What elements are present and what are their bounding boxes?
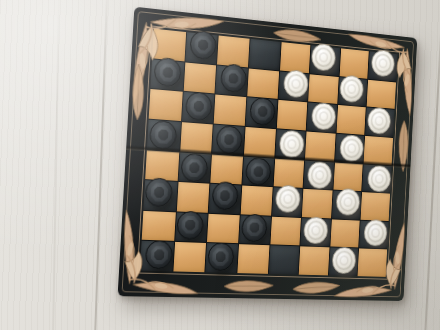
square-r7c4[interactable] [239, 215, 271, 245]
square-r1c6[interactable] [310, 45, 340, 75]
black-checker-ridge [154, 125, 172, 144]
square-r4c6[interactable] [305, 131, 335, 161]
square-r5c5[interactable] [273, 158, 304, 188]
black-checker-ridge [185, 158, 203, 177]
leaf-carving-bottom [221, 277, 276, 297]
black-checker[interactable] [185, 91, 213, 121]
black-checker[interactable] [145, 177, 174, 207]
square-r8c2[interactable] [173, 242, 206, 272]
white-checker[interactable] [331, 247, 356, 275]
white-checker[interactable] [335, 188, 360, 216]
floor-plank-seam [94, 0, 108, 330]
square-r2c7[interactable] [338, 77, 368, 107]
white-checker-ridge [339, 192, 357, 212]
white-checker-ridge [315, 106, 334, 127]
square-r2c2[interactable] [183, 62, 216, 94]
square-r8c5[interactable] [268, 246, 299, 275]
square-r7c7[interactable] [330, 219, 360, 248]
square-r5c2[interactable] [178, 152, 211, 183]
square-r4c5[interactable] [275, 129, 306, 159]
square-r2c4[interactable] [247, 68, 279, 99]
square-r1c3[interactable] [217, 36, 249, 68]
black-checker[interactable] [145, 240, 174, 270]
floor-plank-seam [52, 0, 60, 330]
white-checker[interactable] [363, 219, 388, 247]
black-checker-ridge [254, 102, 271, 121]
square-r3c5[interactable] [276, 100, 307, 130]
board-grid [140, 29, 398, 277]
white-checker[interactable] [303, 216, 329, 244]
white-checker-ridge [311, 165, 330, 186]
square-r3c4[interactable] [245, 97, 277, 128]
white-checker-ridge [335, 251, 353, 271]
square-r7c1[interactable] [142, 211, 176, 242]
black-checker-ridge [212, 248, 229, 266]
square-r2c5[interactable] [278, 71, 309, 102]
black-checker[interactable] [207, 242, 234, 271]
square-r8c7[interactable] [329, 248, 359, 276]
black-checker[interactable] [215, 124, 242, 154]
white-checker-ridge [343, 138, 361, 159]
black-checker-ridge [220, 130, 237, 149]
black-checker-ridge [246, 218, 263, 236]
black-checker-ridge [225, 69, 242, 88]
black-checker[interactable] [241, 213, 268, 242]
black-checker[interactable] [211, 181, 238, 210]
white-checker-ridge [366, 222, 384, 242]
photo-scene [0, 0, 440, 330]
black-checker-ridge [150, 246, 168, 265]
white-checker[interactable] [339, 75, 364, 104]
white-checker[interactable] [311, 102, 337, 131]
leaf-carving-left [128, 61, 150, 124]
white-checker[interactable] [367, 107, 392, 135]
square-r3c8[interactable] [365, 108, 394, 137]
square-r6c4[interactable] [241, 186, 273, 216]
square-r1c2[interactable] [185, 32, 218, 64]
black-checker-ridge [216, 186, 233, 205]
white-checker-ridge [370, 111, 388, 132]
square-r7c2[interactable] [175, 212, 208, 242]
square-r2c1[interactable] [150, 59, 184, 91]
square-r4c3[interactable] [212, 124, 244, 155]
black-checker[interactable] [176, 210, 204, 239]
square-r7c8[interactable] [359, 220, 388, 248]
square-r1c4[interactable] [249, 39, 281, 70]
square-r5c8[interactable] [362, 164, 391, 193]
square-r6c2[interactable] [177, 182, 210, 213]
white-checker-ridge [286, 73, 305, 94]
white-checker[interactable] [370, 49, 395, 78]
white-checker[interactable] [283, 69, 309, 99]
square-r6c6[interactable] [302, 189, 332, 218]
black-checker-ridge [159, 63, 177, 83]
square-r4c2[interactable] [180, 122, 213, 153]
square-r6c5[interactable] [272, 187, 303, 217]
square-r7c3[interactable] [207, 214, 239, 244]
square-r8c4[interactable] [237, 245, 269, 274]
white-checker-ridge [374, 53, 392, 74]
square-r2c8[interactable] [367, 79, 396, 109]
black-checker[interactable] [249, 97, 276, 127]
square-r7c6[interactable] [300, 218, 330, 247]
white-checker-ridge [343, 79, 361, 100]
white-checker[interactable] [311, 42, 337, 71]
checkers-board [118, 7, 418, 301]
square-r7c5[interactable] [270, 216, 301, 245]
black-checker[interactable] [154, 57, 182, 88]
square-r8c1[interactable] [140, 241, 174, 271]
black-checker-ridge [181, 215, 199, 234]
black-checker-ridge [150, 183, 168, 202]
square-r8c6[interactable] [299, 247, 329, 276]
black-checker[interactable] [220, 63, 247, 93]
square-r5c7[interactable] [333, 162, 363, 191]
white-checker[interactable] [367, 165, 392, 193]
white-checker-ridge [278, 188, 297, 209]
square-r4c8[interactable] [364, 136, 393, 165]
black-checker-ridge [194, 35, 212, 55]
white-checker-ridge [315, 46, 334, 67]
black-checker[interactable] [149, 119, 178, 149]
black-checker[interactable] [245, 157, 272, 186]
floor-plank-seam [424, 0, 440, 330]
square-r3c7[interactable] [336, 105, 366, 135]
square-r3c3[interactable] [214, 95, 246, 126]
square-r3c2[interactable] [182, 92, 215, 123]
black-checker[interactable] [189, 29, 217, 60]
white-checker[interactable] [307, 161, 333, 190]
square-r6c1[interactable] [143, 180, 177, 211]
square-r6c3[interactable] [209, 184, 241, 214]
black-checker-ridge [190, 97, 208, 116]
square-r1c5[interactable] [280, 42, 311, 73]
white-checker-ridge [370, 169, 388, 189]
square-r5c3[interactable] [211, 154, 243, 184]
square-r3c6[interactable] [307, 103, 337, 133]
square-r5c1[interactable] [145, 150, 179, 181]
white-checker[interactable] [339, 134, 364, 162]
square-r1c1[interactable] [152, 29, 186, 61]
square-r5c6[interactable] [304, 160, 334, 189]
square-r8c3[interactable] [206, 243, 238, 273]
square-r4c1[interactable] [147, 120, 181, 151]
square-r6c8[interactable] [361, 192, 390, 221]
black-checker[interactable] [180, 153, 208, 183]
white-checker-ridge [307, 220, 326, 240]
leaf-carving-bottom [291, 278, 343, 299]
black-checker-ridge [250, 163, 267, 182]
square-r8c8[interactable] [358, 249, 387, 277]
white-checker[interactable] [279, 129, 305, 158]
square-r1c7[interactable] [339, 48, 369, 78]
white-checker[interactable] [275, 184, 301, 213]
square-r4c7[interactable] [335, 134, 365, 163]
square-r3c1[interactable] [149, 89, 183, 121]
square-r2c3[interactable] [216, 65, 248, 96]
square-r1c8[interactable] [368, 51, 397, 81]
white-checker-ridge [282, 133, 301, 154]
square-r6c7[interactable] [332, 191, 362, 220]
square-r4c4[interactable] [244, 127, 276, 157]
leaf-carving-right [394, 117, 413, 174]
square-r5c4[interactable] [242, 156, 274, 186]
square-r2c6[interactable] [308, 74, 338, 104]
